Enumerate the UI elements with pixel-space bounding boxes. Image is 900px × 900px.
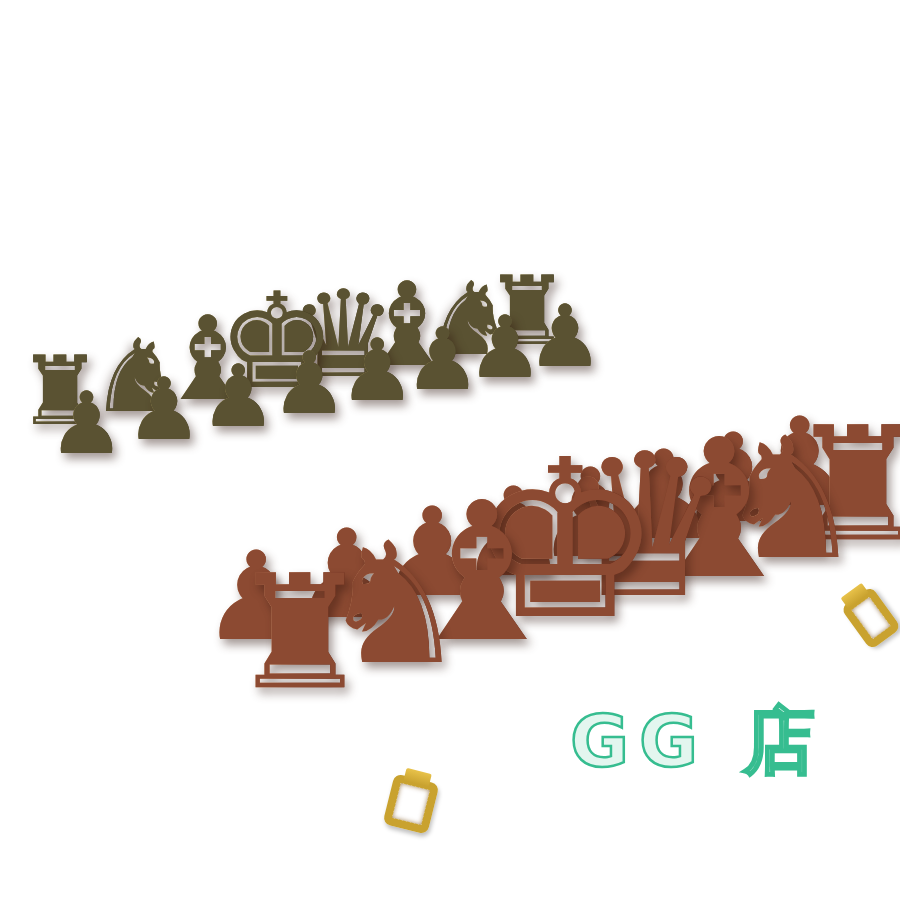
board-square-a6 bbox=[63, 461, 174, 509]
piece-bronze-bishop: ♝ bbox=[355, 267, 459, 383]
board-square-h3 bbox=[691, 451, 806, 496]
board-square-c6 bbox=[220, 433, 329, 477]
board-square-g7 bbox=[458, 361, 557, 396]
board-square-e5 bbox=[401, 435, 511, 479]
board-square-g5 bbox=[535, 410, 643, 450]
piece-copper-king: ♚ bbox=[467, 432, 663, 651]
board-square-f8 bbox=[361, 349, 458, 383]
piece-copper-knight: ♞ bbox=[318, 521, 468, 689]
piece-copper-knight: ♞ bbox=[715, 415, 865, 583]
board-square-g2 bbox=[675, 497, 798, 548]
board-square-e8 bbox=[297, 359, 395, 394]
board-square-d2 bbox=[452, 547, 581, 606]
board-square-c5 bbox=[253, 463, 366, 511]
piece-bronze-pawn: ♟ bbox=[200, 354, 277, 440]
board-square-a8 bbox=[12, 405, 115, 446]
board-square-h5 bbox=[599, 398, 705, 437]
board-square-g6 bbox=[495, 384, 598, 422]
piece-copper-rook: ♜ bbox=[229, 554, 370, 711]
board-square-c1 bbox=[417, 606, 555, 674]
board-fold-seam bbox=[63, 414, 744, 558]
board-square-a5 bbox=[91, 493, 208, 545]
board-square-c4 bbox=[289, 494, 408, 546]
board-square-b8 bbox=[88, 392, 189, 432]
piece-copper-pawn: ♟ bbox=[678, 418, 788, 541]
piece-copper-pawn: ♟ bbox=[377, 492, 487, 615]
board-square-d8 bbox=[230, 370, 329, 407]
board-square-g8 bbox=[423, 339, 519, 372]
board-square-a4 bbox=[122, 528, 244, 585]
board-square-b6 bbox=[143, 447, 253, 493]
board-square-c7 bbox=[189, 406, 293, 447]
board-square-g4 bbox=[579, 436, 691, 480]
piece-copper-bishop: ♝ bbox=[633, 414, 805, 605]
board-squares bbox=[8, 328, 900, 729]
board-square-e3 bbox=[484, 496, 605, 548]
board-square-f4 bbox=[511, 450, 625, 496]
board-square-a2 bbox=[193, 606, 328, 675]
board-square-a3 bbox=[156, 565, 284, 628]
board-square-h2 bbox=[742, 481, 863, 530]
board-square-d3 bbox=[408, 512, 531, 566]
board-square-b5 bbox=[174, 478, 289, 528]
piece-copper-queen: ♛ bbox=[555, 428, 733, 626]
piece-copper-pawn: ♟ bbox=[745, 401, 855, 524]
piece-copper-pawn: ♟ bbox=[609, 435, 719, 558]
board-square-e7 bbox=[329, 383, 431, 421]
piece-bronze-pawn: ♟ bbox=[404, 317, 481, 403]
piece-copper-pawn: ♟ bbox=[536, 453, 646, 576]
piece-copper-pawn: ♟ bbox=[458, 472, 568, 595]
board-square-c8 bbox=[160, 381, 260, 419]
board-square-a1 bbox=[233, 651, 375, 727]
board-square-h8 bbox=[482, 329, 577, 361]
board-square-f1 bbox=[657, 548, 788, 606]
board-square-h6 bbox=[557, 373, 659, 409]
board-square-b1 bbox=[327, 628, 467, 700]
board-square-f6 bbox=[431, 396, 536, 435]
piece-bronze-rook: ♜ bbox=[484, 264, 569, 359]
board-square-g3 bbox=[625, 465, 742, 512]
brass-clasp-icon bbox=[382, 773, 439, 835]
board-square-b3 bbox=[244, 546, 370, 606]
board-square-e6 bbox=[364, 408, 470, 449]
board-square-c2 bbox=[370, 566, 501, 628]
board-square-e1 bbox=[581, 566, 714, 627]
piece-copper-pawn: ♟ bbox=[292, 513, 402, 636]
board-square-d4 bbox=[367, 479, 484, 529]
board-square-b4 bbox=[208, 511, 328, 566]
board-square-b7 bbox=[114, 419, 220, 462]
board-square-d7 bbox=[261, 394, 364, 433]
board-square-f3 bbox=[556, 480, 675, 529]
board-square-b2 bbox=[284, 585, 417, 650]
piece-bronze-rook: ♜ bbox=[17, 344, 102, 439]
board-square-d1 bbox=[501, 586, 636, 651]
piece-copper-rook: ♜ bbox=[787, 406, 900, 563]
piece-bronze-pawn: ♟ bbox=[467, 305, 544, 391]
piece-bronze-king: ♚ bbox=[217, 275, 336, 407]
piece-bronze-pawn: ♟ bbox=[271, 341, 348, 427]
board-square-c3 bbox=[328, 529, 452, 586]
piece-copper-bishop: ♝ bbox=[396, 477, 568, 668]
chess-product-photo: ♜♞♝♚♛♝♞♜♟♟♟♟♟♟♟♟♟♟♟♟♟♟♟♟♜♞♝♚♛♝♞♜ GG 店 bbox=[0, 0, 900, 900]
board-square-h1 bbox=[798, 514, 900, 567]
piece-bronze-pawn: ♟ bbox=[339, 328, 416, 414]
board-square-e4 bbox=[441, 464, 556, 512]
piece-bronze-pawn: ♟ bbox=[126, 367, 203, 453]
board-square-e2 bbox=[530, 529, 657, 585]
piece-bronze-knight: ♞ bbox=[90, 326, 181, 427]
board-square-f7 bbox=[395, 372, 496, 408]
board-square-d5 bbox=[329, 449, 441, 495]
piece-bronze-bishop: ♝ bbox=[156, 301, 260, 417]
piece-bronze-pawn: ♟ bbox=[527, 294, 604, 380]
brass-clasp-icon bbox=[840, 586, 900, 650]
watermark-text: GG 店 bbox=[570, 694, 825, 790]
board-square-h4 bbox=[643, 424, 754, 466]
piece-copper-pawn: ♟ bbox=[201, 536, 311, 659]
piece-bronze-queen: ♛ bbox=[289, 275, 397, 395]
piece-bronze-pawn: ♟ bbox=[48, 381, 125, 467]
board-square-f5 bbox=[470, 422, 579, 464]
board-square-g1 bbox=[729, 530, 858, 586]
board-square-a7 bbox=[36, 432, 143, 476]
board-square-d6 bbox=[293, 420, 400, 462]
board-square-f2 bbox=[604, 513, 729, 567]
board-square-h7 bbox=[518, 351, 616, 385]
piece-bronze-knight: ♞ bbox=[423, 269, 514, 370]
